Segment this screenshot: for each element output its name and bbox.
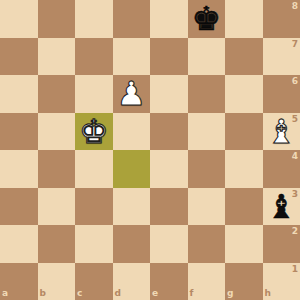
file-label-a: a [2, 289, 8, 298]
square-d8[interactable] [113, 0, 151, 38]
square-h6[interactable]: 6 [263, 75, 301, 113]
square-g8[interactable] [225, 0, 263, 38]
square-b1[interactable]: b [38, 263, 76, 300]
square-e5[interactable] [150, 113, 188, 151]
square-c6[interactable] [75, 75, 113, 113]
square-c3[interactable] [75, 188, 113, 226]
square-d4[interactable] [113, 150, 151, 188]
square-g1[interactable]: g [225, 263, 263, 300]
square-e4[interactable] [150, 150, 188, 188]
square-a2[interactable] [0, 225, 38, 263]
rank-label-4: 4 [292, 152, 298, 161]
square-g3[interactable] [225, 188, 263, 226]
square-a6[interactable] [0, 75, 38, 113]
square-a7[interactable] [0, 38, 38, 76]
square-a1[interactable]: a [0, 263, 38, 300]
square-f7[interactable] [188, 38, 226, 76]
rank-label-7: 7 [292, 40, 298, 49]
square-c7[interactable] [75, 38, 113, 76]
square-e1[interactable]: e [150, 263, 188, 300]
square-f3[interactable] [188, 188, 226, 226]
square-f8[interactable]: ♚ [188, 0, 226, 38]
square-c1[interactable]: c [75, 263, 113, 300]
square-g5[interactable] [225, 113, 263, 151]
black-bishop[interactable]: ♝ [263, 188, 301, 226]
square-f6[interactable] [188, 75, 226, 113]
square-h7[interactable]: 7 [263, 38, 301, 76]
file-label-h: h [265, 289, 271, 298]
square-c4[interactable] [75, 150, 113, 188]
square-d3[interactable] [113, 188, 151, 226]
rank-label-1: 1 [292, 265, 298, 274]
square-c2[interactable] [75, 225, 113, 263]
square-d5[interactable] [113, 113, 151, 151]
square-c8[interactable] [75, 0, 113, 38]
square-d6[interactable]: ♟ [113, 75, 151, 113]
square-e2[interactable] [150, 225, 188, 263]
square-b7[interactable] [38, 38, 76, 76]
white-pawn[interactable]: ♟ [113, 75, 151, 113]
square-b6[interactable] [38, 75, 76, 113]
chess-board: ♚87♟6♚5♝43♝2abcdefgh1 [0, 0, 300, 300]
square-c5[interactable]: ♚ [75, 113, 113, 151]
square-a3[interactable] [0, 188, 38, 226]
square-b8[interactable] [38, 0, 76, 38]
file-label-e: e [152, 289, 158, 298]
square-f2[interactable] [188, 225, 226, 263]
square-d2[interactable] [113, 225, 151, 263]
square-e7[interactable] [150, 38, 188, 76]
square-f4[interactable] [188, 150, 226, 188]
square-h4[interactable]: 4 [263, 150, 301, 188]
rank-label-8: 8 [292, 2, 298, 11]
square-g2[interactable] [225, 225, 263, 263]
file-label-d: d [115, 289, 121, 298]
square-b2[interactable] [38, 225, 76, 263]
rank-label-6: 6 [292, 77, 298, 86]
square-f5[interactable] [188, 113, 226, 151]
square-e8[interactable] [150, 0, 188, 38]
square-h3[interactable]: 3♝ [263, 188, 301, 226]
square-h2[interactable]: 2 [263, 225, 301, 263]
white-bishop[interactable]: ♝ [263, 113, 301, 151]
square-e6[interactable] [150, 75, 188, 113]
square-b4[interactable] [38, 150, 76, 188]
square-f1[interactable]: f [188, 263, 226, 300]
file-label-f: f [190, 289, 194, 298]
square-e3[interactable] [150, 188, 188, 226]
square-h1[interactable]: h1 [263, 263, 301, 300]
square-a8[interactable] [0, 0, 38, 38]
square-h5[interactable]: 5♝ [263, 113, 301, 151]
square-g7[interactable] [225, 38, 263, 76]
square-b3[interactable] [38, 188, 76, 226]
square-d1[interactable]: d [113, 263, 151, 300]
file-label-b: b [40, 289, 46, 298]
square-a5[interactable] [0, 113, 38, 151]
white-king[interactable]: ♚ [75, 113, 113, 151]
black-king[interactable]: ♚ [188, 0, 226, 38]
file-label-c: c [77, 289, 82, 298]
square-b5[interactable] [38, 113, 76, 151]
square-d7[interactable] [113, 38, 151, 76]
square-g4[interactable] [225, 150, 263, 188]
square-a4[interactable] [0, 150, 38, 188]
file-label-g: g [227, 289, 233, 298]
square-h8[interactable]: 8 [263, 0, 301, 38]
rank-label-2: 2 [292, 227, 298, 236]
square-g6[interactable] [225, 75, 263, 113]
